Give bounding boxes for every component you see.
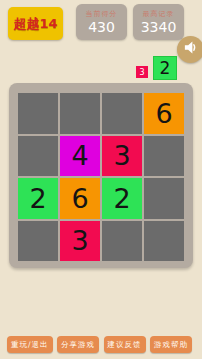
tile-6: 6 — [144, 93, 184, 134]
tile-3: 3 — [60, 221, 100, 262]
empty-cell — [18, 136, 58, 177]
game-title: 超越14 — [13, 15, 57, 33]
game-board[interactable]: 6432623 — [9, 83, 193, 268]
best-score-box: 最高记录 3340 — [133, 4, 184, 40]
current-score-value: 430 — [88, 19, 115, 35]
current-score-label: 当前得分 — [86, 10, 118, 19]
board-grid: 6432623 — [18, 93, 184, 261]
next-tile-preview-small: 3 — [136, 66, 148, 78]
empty-cell — [144, 178, 184, 219]
title-badge: 超越14 — [8, 7, 63, 40]
share-game-button[interactable]: 分享游戏 — [57, 336, 99, 353]
empty-cell — [102, 221, 142, 262]
empty-cell — [144, 221, 184, 262]
sound-toggle-button[interactable] — [177, 36, 202, 63]
game-screen: 超越14 当前得分 430 最高记录 3340 3 2 6432623 重玩/退… — [0, 0, 202, 359]
speaker-icon — [183, 40, 198, 59]
replay-exit-button[interactable]: 重玩/退出 — [7, 336, 53, 353]
best-score-label: 最高记录 — [143, 10, 175, 19]
tile-2: 2 — [18, 178, 58, 219]
current-score-box: 当前得分 430 — [76, 4, 127, 40]
game-help-button[interactable]: 游戏帮助 — [150, 336, 192, 353]
empty-cell — [144, 136, 184, 177]
tile-6: 6 — [60, 178, 100, 219]
tile-2: 2 — [102, 178, 142, 219]
tile-3: 3 — [102, 136, 142, 177]
tile-4: 4 — [60, 136, 100, 177]
best-score-value: 3340 — [141, 19, 177, 35]
feedback-button[interactable]: 建议反馈 — [104, 336, 146, 353]
empty-cell — [102, 93, 142, 134]
empty-cell — [18, 93, 58, 134]
empty-cell — [60, 93, 100, 134]
empty-cell — [18, 221, 58, 262]
next-tile-preview-big: 2 — [153, 56, 177, 80]
footer-toolbar: 重玩/退出 分享游戏 建议反馈 游戏帮助 — [0, 336, 202, 353]
